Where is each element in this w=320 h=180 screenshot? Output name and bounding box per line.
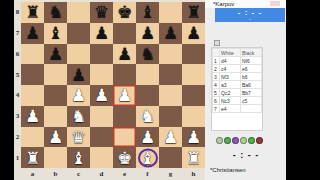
square-e2[interactable] [113,127,136,148]
movelist-checkbox[interactable] [214,40,220,46]
move-hint-circle [138,148,158,167]
square-f5[interactable] [136,64,159,85]
nav-forward-button[interactable] [240,137,247,144]
square-c3[interactable]: ♞ [67,106,90,127]
piece-black-pawn[interactable]: ♟ [117,44,132,64]
file-label-b: b [44,168,67,180]
file-label-g: g [159,168,182,180]
square-a8[interactable]: ♜ [21,2,44,23]
piece-black-pawn[interactable]: ♟ [71,65,86,85]
square-h8[interactable]: ♜ [182,2,205,23]
square-d3[interactable] [90,106,113,127]
move-cell[interactable]: e4 [220,105,241,113]
square-e4[interactable]: ♟ [113,85,136,106]
square-a4[interactable] [21,85,44,106]
move-list[interactable]: WhiteBlack 1d4Nf62c4e63Nf3b64a3Ba65Qc2Bb… [211,47,263,131]
square-e6[interactable]: ♟ [113,44,136,65]
game-info-panel: *Karpov - : - - - WhiteBlack 1d4Nf62c4e6… [205,0,286,180]
square-c1[interactable]: ♝ [67,147,90,168]
piece-white-bishop[interactable]: ♝ [71,148,86,168]
piece-white-pawn[interactable]: ♟ [94,85,109,105]
square-b2[interactable]: ♟ [44,127,67,148]
piece-black-bishop[interactable]: ♝ [48,23,63,43]
square-g8[interactable] [159,2,182,23]
square-g7[interactable]: ♟ [159,23,182,44]
piece-white-king[interactable]: ♚ [117,148,132,168]
move-cell[interactable]: 3 [213,73,220,81]
square-h6[interactable] [182,44,205,65]
square-h4[interactable] [182,85,205,106]
move-cell[interactable]: Nf3 [220,73,241,81]
move-cell[interactable]: 5 [213,89,220,97]
piece-white-pawn[interactable]: ♟ [163,127,178,147]
piece-black-pawn[interactable]: ♟ [94,23,109,43]
piece-white-knight[interactable]: ♞ [140,106,155,126]
square-f8[interactable]: ♝ [136,2,159,23]
nav-start-button[interactable] [216,137,223,144]
nav-play-button[interactable] [232,137,239,144]
move-cell[interactable]: 4 [213,81,220,89]
file-label-f: f [136,168,159,180]
square-h5[interactable] [182,64,205,85]
piece-black-knight[interactable]: ♞ [48,2,63,22]
square-f2[interactable]: ♟ [136,127,159,148]
square-b7[interactable]: ♝ [44,23,67,44]
piece-black-pawn[interactable]: ♟ [163,23,178,43]
square-g2[interactable]: ♟ [159,127,182,148]
square-b1[interactable] [44,147,67,168]
nav-stop-button[interactable] [256,137,263,144]
square-h3[interactable] [182,106,205,127]
move-cell[interactable] [241,105,262,113]
black-player-name: *Karpov [213,0,234,8]
square-f4[interactable] [136,85,159,106]
piece-white-pawn[interactable]: ♟ [71,85,86,105]
move-table[interactable]: WhiteBlack 1d4Nf62c4e63Nf3b64a3Ba65Qc2Bb… [212,48,262,113]
rank-label-5: 5 [14,64,21,85]
chess-board-area: 87654321 ♜♞♛♚♝♜♟♝♟♟♟♟♟♟♞♟♟♟♟♟♞♞♟♛♟♟♟♜♝♚♝… [14,0,205,180]
rank-label-2: 2 [14,127,21,148]
square-h2[interactable]: ♟ [182,127,205,148]
square-b8[interactable]: ♞ [44,2,67,23]
piece-white-queen[interactable]: ♛ [71,127,86,147]
move-cell[interactable]: 1 [213,57,220,65]
piece-white-knight[interactable]: ♞ [71,106,86,126]
piece-black-rook[interactable]: ♜ [25,2,40,22]
rank-label-6: 6 [14,44,21,65]
black-clock-subtext: - [215,18,285,21]
move-row-3[interactable]: 3Nf3b6 [213,73,262,81]
piece-black-king[interactable]: ♚ [117,2,132,22]
rank-label-1: 1 [14,147,21,168]
move-row-4[interactable]: 4a3Ba6 [213,81,262,89]
piece-white-rook[interactable]: ♜ [186,148,201,168]
move-row-2[interactable]: 2c4e6 [213,65,262,73]
move-cell[interactable]: e6 [241,65,262,73]
move-row-5[interactable]: 5Qc2Bb7 [213,89,262,97]
rank-label-3: 3 [14,106,21,127]
piece-black-bishop[interactable]: ♝ [140,2,155,22]
square-a3[interactable]: ♟ [21,106,44,127]
piece-white-pawn[interactable]: ♟ [140,127,155,147]
rank-label-4: 4 [14,85,21,106]
piece-white-pawn[interactable]: ♟ [117,85,132,105]
move-cell[interactable]: a3 [220,81,241,89]
square-d1[interactable] [90,147,113,168]
square-e1[interactable]: ♚ [113,147,136,168]
square-f3[interactable]: ♞ [136,106,159,127]
black-player-strip: *Karpov [205,0,286,8]
square-c8[interactable] [67,2,90,23]
piece-black-knight[interactable]: ♞ [140,44,155,64]
square-e3[interactable] [113,106,136,127]
file-label-d: d [90,168,113,180]
move-table-header-cell: White [220,49,241,57]
navigation-buttons [216,137,263,144]
square-c7[interactable] [67,23,90,44]
square-f6[interactable]: ♞ [136,44,159,65]
move-cell[interactable]: c5 [241,97,262,105]
piece-black-queen[interactable]: ♛ [94,2,109,22]
square-b3[interactable] [44,106,67,127]
file-labels: abcdefgh [21,168,205,180]
square-f1[interactable]: ♝ [136,147,159,168]
file-label-a: a [21,168,44,180]
move-cell[interactable]: Nf6 [241,57,262,65]
piece-white-pawn[interactable]: ♟ [186,127,201,147]
piece-black-pawn[interactable]: ♟ [48,44,63,64]
piece-black-pawn[interactable]: ♟ [140,23,155,43]
square-h1[interactable]: ♜ [182,147,205,168]
move-cell[interactable]: Qc2 [220,89,241,97]
square-b5[interactable] [44,64,67,85]
move-table-header-cell [213,49,220,57]
square-a7[interactable]: ♟ [21,23,44,44]
rank-label-7: 7 [14,23,21,44]
move-cell[interactable]: Nc3 [220,97,241,105]
square-g6[interactable] [159,44,182,65]
square-g1[interactable] [159,147,182,168]
square-e5[interactable] [113,64,136,85]
nav-end-button[interactable] [248,137,255,144]
square-a6[interactable] [21,44,44,65]
square-d2[interactable] [90,127,113,148]
rank-labels: 87654321 [14,2,21,168]
move-cell[interactable]: d4 [220,57,241,65]
square-c6[interactable] [67,44,90,65]
square-d6[interactable] [90,44,113,65]
square-d8[interactable]: ♛ [90,2,113,23]
piece-white-rook[interactable]: ♜ [25,148,40,168]
file-label-c: c [67,168,90,180]
piece-black-pawn[interactable]: ♟ [186,23,201,43]
nav-back-button[interactable] [224,137,231,144]
file-label-e: e [113,168,136,180]
square-c4[interactable]: ♟ [67,85,90,106]
move-cell[interactable]: 2 [213,65,220,73]
move-table-header-cell: Black [241,49,262,57]
move-cell[interactable]: 7 [213,105,220,113]
piece-white-pawn[interactable]: ♟ [48,127,63,147]
square-g3[interactable] [159,106,182,127]
white-clock: - : - - [215,150,277,160]
square-b4[interactable] [44,85,67,106]
move-cell[interactable]: 6 [213,97,220,105]
move-row-1[interactable]: 1d4Nf6 [213,57,262,65]
square-a5[interactable] [21,64,44,85]
square-h7[interactable]: ♟ [182,23,205,44]
piece-black-pawn[interactable]: ♟ [25,23,40,43]
move-cell[interactable]: Bb7 [241,89,262,97]
rank-label-8: 8 [14,2,21,23]
panel-corner-decoration [270,1,280,6]
white-player-name: *Christiansen [210,167,246,173]
square-g4[interactable] [159,85,182,106]
square-b6[interactable]: ♟ [44,44,67,65]
move-cell[interactable]: b6 [241,73,262,81]
move-row-7[interactable]: 7e4 [213,105,262,113]
black-clock: - : - - - [215,8,285,22]
board-grid[interactable]: ♜♞♛♚♝♜♟♝♟♟♟♟♟♟♞♟♟♟♟♟♞♞♟♛♟♟♟♜♝♚♝♜ [21,2,205,168]
square-a2[interactable] [21,127,44,148]
square-g5[interactable] [159,64,182,85]
square-d4[interactable]: ♟ [90,85,113,106]
square-e8[interactable]: ♚ [113,2,136,23]
square-d7[interactable]: ♟ [90,23,113,44]
file-label-h: h [182,168,205,180]
move-table-header: WhiteBlack [213,49,262,57]
square-c5[interactable]: ♟ [67,64,90,85]
square-e7[interactable] [113,23,136,44]
square-d5[interactable] [90,64,113,85]
square-f7[interactable]: ♟ [136,23,159,44]
square-a1[interactable]: ♜ [21,147,44,168]
piece-white-pawn[interactable]: ♟ [25,106,40,126]
move-cell[interactable]: Ba6 [241,81,262,89]
square-c2[interactable]: ♛ [67,127,90,148]
piece-black-rook[interactable]: ♜ [186,2,201,22]
move-row-6[interactable]: 6Nc3c5 [213,97,262,105]
move-cell[interactable]: c4 [220,65,241,73]
